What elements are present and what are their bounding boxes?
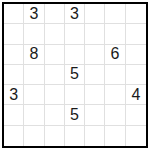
cell-r5c7[interactable]: 4 [126,85,146,105]
cell-r3c7[interactable] [126,45,146,65]
cell-r4c4[interactable]: 5 [65,65,85,85]
cell-r4c3[interactable] [45,65,65,85]
cell-r1c5[interactable] [85,4,105,24]
cell-r2c4[interactable] [65,24,85,44]
cell-r3c4[interactable] [65,45,85,65]
cell-r7c7[interactable] [126,126,146,146]
cell-r4c1[interactable] [4,65,24,85]
cell-r7c5[interactable] [85,126,105,146]
cell-r7c4[interactable] [65,126,85,146]
cell-r1c7[interactable] [126,4,146,24]
cell-r5c3[interactable] [45,85,65,105]
cell-r5c1[interactable]: 3 [4,85,24,105]
cell-r3c6[interactable]: 6 [105,45,125,65]
puzzle-board: 33865345 [2,2,148,148]
cell-r4c5[interactable] [85,65,105,85]
cell-r1c1[interactable] [4,4,24,24]
cell-r5c4[interactable] [65,85,85,105]
cell-r2c1[interactable] [4,24,24,44]
cell-r4c7[interactable] [126,65,146,85]
cell-r2c2[interactable] [24,24,44,44]
cell-r3c2[interactable]: 8 [24,45,44,65]
cell-r2c7[interactable] [126,24,146,44]
cell-r7c2[interactable] [24,126,44,146]
cell-r5c6[interactable] [105,85,125,105]
cell-r6c4[interactable]: 5 [65,105,85,125]
cell-r5c2[interactable] [24,85,44,105]
cell-r5c5[interactable] [85,85,105,105]
cell-r6c5[interactable] [85,105,105,125]
cell-r3c5[interactable] [85,45,105,65]
cell-r6c2[interactable] [24,105,44,125]
cell-r4c2[interactable] [24,65,44,85]
cell-r6c6[interactable] [105,105,125,125]
cell-r1c6[interactable] [105,4,125,24]
cell-r3c3[interactable] [45,45,65,65]
cell-r1c2[interactable]: 3 [24,4,44,24]
cell-r7c1[interactable] [4,126,24,146]
cell-r6c7[interactable] [126,105,146,125]
cell-r2c6[interactable] [105,24,125,44]
cell-r7c3[interactable] [45,126,65,146]
cell-r1c3[interactable] [45,4,65,24]
cell-r1c4[interactable]: 3 [65,4,85,24]
cell-r3c1[interactable] [4,45,24,65]
cell-r6c1[interactable] [4,105,24,125]
cell-r4c6[interactable] [105,65,125,85]
puzzle-page: 33865345 [0,0,150,150]
cell-r6c3[interactable] [45,105,65,125]
cell-r7c6[interactable] [105,126,125,146]
cell-r2c3[interactable] [45,24,65,44]
cell-r2c5[interactable] [85,24,105,44]
